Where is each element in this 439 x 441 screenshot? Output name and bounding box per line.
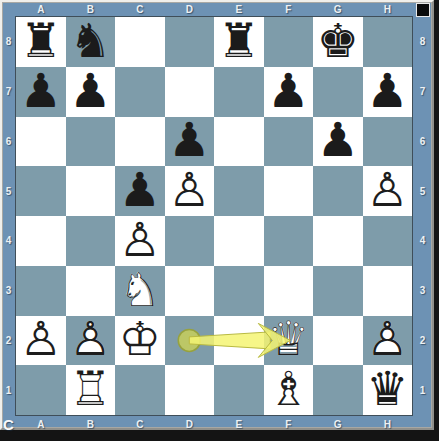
square-f6[interactable] [264,117,314,167]
side-to-move-indicator [416,3,430,17]
square-b7[interactable]: ♟ [66,67,116,117]
piece-glyph: ♛ [363,365,413,412]
piece-glyph: ♟ [66,67,116,114]
square-d7[interactable] [165,67,215,117]
rank-labels-right: 87654321 [413,17,432,415]
square-a3[interactable] [16,266,66,316]
piece-outline-layer: ♙ [16,315,66,362]
rank-label: 6 [413,117,432,167]
square-c6[interactable] [115,117,165,167]
piece-glyph: ♟ [363,67,413,114]
square-e3[interactable] [214,266,264,316]
rank-label: 8 [2,17,15,67]
black-knight-b8[interactable]: ♞ [66,17,116,67]
board: ♜♞♜♚♟♟♟♟♟♟♟♟♙♟♙♟♙♞♘♟♙♟♙♚♔♛♕♟♙♜♖♝♗♛ [15,16,413,416]
file-label: F [264,2,314,16]
piece-outline-layer: ♖ [66,365,116,412]
white-pawn-h2[interactable]: ♟♙ [363,316,413,366]
square-h5[interactable]: ♟♙ [363,166,413,216]
piece-outline-layer: ♘ [115,266,165,313]
black-pawn-h7[interactable]: ♟ [363,67,413,117]
square-c8[interactable] [115,17,165,67]
file-label: G [313,416,363,432]
square-c1[interactable] [115,365,165,415]
square-a5[interactable] [16,166,66,216]
square-e2[interactable] [214,316,264,366]
rank-label: 3 [413,266,432,316]
square-c7[interactable] [115,67,165,117]
piece-glyph: ♟ [165,116,215,163]
square-f5[interactable] [264,166,314,216]
file-label: C [115,2,165,16]
square-b2[interactable]: ♟♙ [66,316,116,366]
piece-outline-layer: ♙ [363,315,413,362]
white-queen-f2[interactable]: ♛♕ [264,316,314,366]
rank-label: 7 [413,67,432,117]
square-c3[interactable]: ♞♘ [115,266,165,316]
rank-label: 5 [2,166,15,216]
square-h8[interactable] [363,17,413,67]
square-a6[interactable] [16,117,66,167]
square-g4[interactable] [313,216,363,266]
black-pawn-c5[interactable]: ♟ [115,166,165,216]
rank-label: 5 [413,166,432,216]
square-d5[interactable]: ♟♙ [165,166,215,216]
square-b1[interactable]: ♜♖ [66,365,116,415]
black-king-g8[interactable]: ♚ [313,17,363,67]
white-bishop-f1[interactable]: ♝♗ [264,365,314,415]
file-label: D [165,2,215,16]
square-h2[interactable]: ♟♙ [363,316,413,366]
black-rook-e8[interactable]: ♜ [214,17,264,67]
square-h4[interactable] [363,216,413,266]
square-f2[interactable]: ♛♕ [264,316,314,366]
square-f3[interactable] [264,266,314,316]
white-pawn-d5[interactable]: ♟♙ [165,166,215,216]
frame-corner-top-right [413,2,432,16]
board-window: ABCDEFGH 87654321 ♜♞♜♚♟♟♟♟♟♟♟♟♙♟♙♟♙♞♘♟♙♟… [0,0,434,430]
file-label: F [264,416,314,432]
square-f7[interactable]: ♟ [264,67,314,117]
black-queen-h1[interactable]: ♛ [363,365,413,415]
white-pawn-c4[interactable]: ♟♙ [115,216,165,266]
white-pawn-h5[interactable]: ♟♙ [363,166,413,216]
square-e7[interactable] [214,67,264,117]
square-b4[interactable] [66,216,116,266]
square-g2[interactable] [313,316,363,366]
square-e6[interactable] [214,117,264,167]
rank-label: 1 [2,365,15,415]
piece-outline-layer: ♙ [66,315,116,362]
piece-glyph: ♟ [115,166,165,213]
black-pawn-b7[interactable]: ♟ [66,67,116,117]
app-background: ABCDEFGH 87654321 ♜♞♜♚♟♟♟♟♟♟♟♟♙♟♙♟♙♞♘♟♙♟… [0,0,439,441]
square-a2[interactable]: ♟♙ [16,316,66,366]
rank-label: 2 [2,316,15,366]
rank-label: 6 [2,117,15,167]
square-e1[interactable] [214,365,264,415]
square-e5[interactable] [214,166,264,216]
rank-label: 4 [413,216,432,266]
square-g5[interactable] [313,166,363,216]
square-h1[interactable]: ♛ [363,365,413,415]
square-a4[interactable] [16,216,66,266]
square-b6[interactable] [66,117,116,167]
square-a7[interactable]: ♟ [16,67,66,117]
square-c5[interactable]: ♟ [115,166,165,216]
square-d1[interactable] [165,365,215,415]
square-d8[interactable] [165,17,215,67]
square-g8[interactable]: ♚ [313,17,363,67]
square-g3[interactable] [313,266,363,316]
frame-corner-bottom-left: C [2,416,15,432]
rank-label: 3 [2,266,15,316]
black-pawn-f7[interactable]: ♟ [264,67,314,117]
piece-outline-layer: ♔ [115,315,165,362]
piece-outline-layer: ♗ [264,365,314,412]
file-label: D [165,416,215,432]
piece-glyph: ♟ [313,116,363,163]
piece-outline-layer: ♕ [264,315,314,362]
square-d6[interactable]: ♟ [165,117,215,167]
file-label: E [214,416,264,432]
square-e8[interactable]: ♜ [214,17,264,67]
piece-glyph: ♞ [66,17,116,64]
square-d4[interactable] [165,216,215,266]
rank-label: 7 [2,67,15,117]
square-b8[interactable]: ♞ [66,17,116,67]
piece-glyph: ♚ [313,17,363,64]
piece-outline-layer: ♙ [115,216,165,263]
file-label: B [66,416,116,432]
square-e4[interactable] [214,216,264,266]
file-label: A [16,416,66,432]
piece-glyph: ♜ [214,17,264,64]
file-label: H [363,416,413,432]
rank-label: 1 [413,365,432,415]
piece-outline-layer: ♙ [165,166,215,213]
board-frame: ABCDEFGH 87654321 ♜♞♜♚♟♟♟♟♟♟♟♟♙♟♙♟♙♞♘♟♙♟… [2,2,432,428]
rank-labels-left: 87654321 [2,17,15,415]
square-a1[interactable] [16,365,66,415]
square-h7[interactable]: ♟ [363,67,413,117]
square-g7[interactable] [313,67,363,117]
square-b3[interactable] [66,266,116,316]
white-pawn-b2[interactable]: ♟♙ [66,316,116,366]
rank-label: 4 [2,216,15,266]
white-king-c2[interactable]: ♚♔ [115,316,165,366]
square-a8[interactable]: ♜ [16,17,66,67]
square-h3[interactable] [363,266,413,316]
rank-label: 8 [413,17,432,67]
piece-glyph: ♟ [16,67,66,114]
square-f4[interactable] [264,216,314,266]
frame-corner-bottom-right [413,416,432,432]
square-c4[interactable]: ♟♙ [115,216,165,266]
black-pawn-g6[interactable]: ♟ [313,117,363,167]
piece-glyph: ♟ [264,67,314,114]
square-d3[interactable] [165,266,215,316]
black-rook-a8[interactable]: ♜ [16,17,66,67]
piece-glyph: ♜ [16,17,66,64]
chessbase-logo: C [3,417,14,432]
file-labels-bottom: ABCDEFGH [16,416,412,432]
black-pawn-a7[interactable]: ♟ [16,67,66,117]
square-f1[interactable]: ♝♗ [264,365,314,415]
square-c2[interactable]: ♚♔ [115,316,165,366]
white-knight-c3[interactable]: ♞♘ [115,266,165,316]
square-h6[interactable] [363,117,413,167]
black-pawn-d6[interactable]: ♟ [165,117,215,167]
square-d2[interactable] [165,316,215,366]
square-g1[interactable] [313,365,363,415]
frame-corner-top-left [2,2,15,16]
file-label: C [115,416,165,432]
square-f8[interactable] [264,17,314,67]
file-label: H [363,2,413,16]
white-pawn-a2[interactable]: ♟♙ [16,316,66,366]
piece-outline-layer: ♙ [363,166,413,213]
square-b5[interactable] [66,166,116,216]
rank-label: 2 [413,316,432,366]
white-rook-b1[interactable]: ♜♖ [66,365,116,415]
square-g6[interactable]: ♟ [313,117,363,167]
